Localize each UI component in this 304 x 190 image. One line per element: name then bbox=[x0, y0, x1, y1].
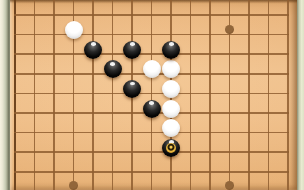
star-point bbox=[225, 25, 234, 34]
black-stone bbox=[162, 41, 180, 59]
grid-vertical-line bbox=[14, 0, 16, 190]
grid-vertical-line bbox=[92, 0, 94, 190]
grid-horizontal-line bbox=[14, 14, 289, 16]
grid-vertical-line bbox=[53, 0, 55, 190]
grid-horizontal-line bbox=[14, 171, 289, 173]
grid-vertical-line bbox=[151, 0, 153, 190]
star-point bbox=[69, 181, 78, 190]
star-point bbox=[225, 181, 234, 190]
grid-horizontal-line bbox=[14, 93, 289, 95]
grid-horizontal-line bbox=[14, 34, 289, 36]
table-surface-left-strip bbox=[0, 0, 10, 190]
white-stone bbox=[143, 60, 161, 78]
grid-vertical-line bbox=[268, 0, 270, 190]
grid-vertical-line bbox=[190, 0, 192, 190]
gomoku-game-screen bbox=[0, 0, 304, 190]
white-stone bbox=[162, 100, 180, 118]
grid-horizontal-line bbox=[14, 53, 289, 55]
white-stone bbox=[162, 119, 180, 137]
grid-vertical-line bbox=[248, 0, 250, 190]
black-stone bbox=[84, 41, 102, 59]
black-stone bbox=[143, 100, 161, 118]
last-move-marker bbox=[166, 143, 176, 153]
grid-horizontal-line bbox=[14, 151, 289, 153]
white-stone bbox=[65, 21, 83, 39]
grid-vertical-line bbox=[209, 0, 211, 190]
grid-vertical-line bbox=[287, 0, 289, 190]
table-surface-right-strip bbox=[297, 0, 304, 190]
black-stone bbox=[104, 60, 122, 78]
gomoku-board[interactable] bbox=[10, 0, 297, 190]
black-stone bbox=[123, 80, 141, 98]
grid-vertical-line bbox=[112, 0, 114, 190]
white-stone bbox=[162, 80, 180, 98]
grid-vertical-line bbox=[34, 0, 36, 190]
white-stone bbox=[162, 60, 180, 78]
grid-horizontal-line bbox=[14, 132, 289, 134]
black-stone bbox=[123, 41, 141, 59]
